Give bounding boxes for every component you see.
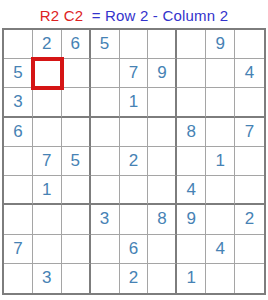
- sudoku-cell-r1c3[interactable]: 6: [62, 30, 91, 59]
- sudoku-cell-r8c5[interactable]: 6: [120, 235, 149, 264]
- sudoku-cell-r3c8[interactable]: [206, 88, 235, 117]
- sudoku-cell-r7c2[interactable]: [33, 205, 62, 234]
- given-digit: 9: [215, 34, 224, 54]
- sudoku-cell-r6c7[interactable]: 4: [177, 176, 206, 205]
- sudoku-cell-r3c5[interactable]: 1: [120, 88, 149, 117]
- sudoku-cell-r8c6[interactable]: [148, 235, 177, 264]
- highlighted-cell-marker: [31, 57, 64, 90]
- sudoku-cell-r6c9[interactable]: [235, 176, 264, 205]
- sudoku-cell-r6c2[interactable]: 1: [33, 176, 62, 205]
- given-digit: 1: [129, 92, 138, 112]
- sudoku-cell-r3c2[interactable]: [33, 88, 62, 117]
- given-digit: 8: [157, 209, 166, 229]
- sudoku-cell-r2c2[interactable]: [33, 59, 62, 88]
- sudoku-cell-r3c3[interactable]: [62, 88, 91, 117]
- sudoku-cell-r2c5[interactable]: 7: [120, 59, 149, 88]
- sudoku-cell-r5c2[interactable]: 7: [33, 147, 62, 176]
- sudoku-cell-r6c4[interactable]: [91, 176, 120, 205]
- sudoku-cell-r8c7[interactable]: [177, 235, 206, 264]
- given-digit: 7: [42, 151, 51, 171]
- sudoku-cell-r9c3[interactable]: [62, 264, 91, 293]
- given-digit: 4: [245, 63, 254, 83]
- sudoku-cell-r7c4[interactable]: 3: [91, 205, 120, 234]
- sudoku-board: 26595794316877521143892764321: [2, 28, 266, 295]
- sudoku-cell-r3c7[interactable]: [177, 88, 206, 117]
- sudoku-cell-r6c1[interactable]: [4, 176, 33, 205]
- given-digit: 3: [100, 209, 109, 229]
- sudoku-cell-r7c6[interactable]: 8: [148, 205, 177, 234]
- sudoku-cell-r1c9[interactable]: [235, 30, 264, 59]
- given-digit: 7: [13, 239, 22, 259]
- sudoku-cell-r7c1[interactable]: [4, 205, 33, 234]
- sudoku-cell-r4c9[interactable]: 7: [235, 118, 264, 147]
- given-digit: 5: [13, 63, 22, 83]
- sudoku-cell-r8c2[interactable]: [33, 235, 62, 264]
- sudoku-cell-r6c5[interactable]: [120, 176, 149, 205]
- given-digit: 1: [42, 180, 51, 200]
- sudoku-cell-r9c9[interactable]: [235, 264, 264, 293]
- sudoku-cell-r2c3[interactable]: [62, 59, 91, 88]
- sudoku-cell-r2c4[interactable]: [91, 59, 120, 88]
- sudoku-cell-r7c7[interactable]: 9: [177, 205, 206, 234]
- sudoku-cell-r9c6[interactable]: [148, 264, 177, 293]
- given-digit: 2: [129, 268, 138, 288]
- sudoku-cell-r5c3[interactable]: 5: [62, 147, 91, 176]
- sudoku-cell-r8c4[interactable]: [91, 235, 120, 264]
- sudoku-cell-r7c3[interactable]: [62, 205, 91, 234]
- sudoku-cell-r4c1[interactable]: 6: [4, 118, 33, 147]
- sudoku-cell-r8c9[interactable]: [235, 235, 264, 264]
- sudoku-cell-r6c6[interactable]: [148, 176, 177, 205]
- sudoku-cell-r9c8[interactable]: [206, 264, 235, 293]
- given-digit: 6: [13, 122, 22, 142]
- sudoku-cell-r1c7[interactable]: [177, 30, 206, 59]
- sudoku-cell-r2c8[interactable]: [206, 59, 235, 88]
- sudoku-cell-r9c2[interactable]: 3: [33, 264, 62, 293]
- sudoku-cell-r5c8[interactable]: 1: [206, 147, 235, 176]
- sudoku-cell-r9c4[interactable]: [91, 264, 120, 293]
- sudoku-cell-r1c2[interactable]: 2: [33, 30, 62, 59]
- given-digit: 3: [42, 268, 51, 288]
- sudoku-cell-r5c4[interactable]: [91, 147, 120, 176]
- sudoku-cell-r1c4[interactable]: 5: [91, 30, 120, 59]
- sudoku-cell-r5c9[interactable]: [235, 147, 264, 176]
- sudoku-cell-r3c9[interactable]: [235, 88, 264, 117]
- title-cell-ref: R2 C2: [40, 7, 84, 24]
- given-digit: 7: [245, 122, 254, 142]
- sudoku-cell-r3c4[interactable]: [91, 88, 120, 117]
- sudoku-cell-r8c8[interactable]: 4: [206, 235, 235, 264]
- sudoku-cell-r4c4[interactable]: [91, 118, 120, 147]
- given-digit: 2: [245, 209, 254, 229]
- sudoku-cell-r6c8[interactable]: [206, 176, 235, 205]
- sudoku-cell-r1c5[interactable]: [120, 30, 149, 59]
- sudoku-cell-r4c6[interactable]: [148, 118, 177, 147]
- given-digit: 9: [187, 209, 196, 229]
- given-digit: 1: [215, 151, 224, 171]
- given-digit: 7: [129, 63, 138, 83]
- sudoku-cell-r7c8[interactable]: [206, 205, 235, 234]
- sudoku-cell-r8c3[interactable]: [62, 235, 91, 264]
- sudoku-cell-r2c9[interactable]: 4: [235, 59, 264, 88]
- given-digit: 6: [129, 239, 138, 259]
- sudoku-cell-r1c8[interactable]: 9: [206, 30, 235, 59]
- given-digit: 4: [187, 180, 196, 200]
- sudoku-cell-r5c5[interactable]: 2: [120, 147, 149, 176]
- sudoku-cell-r7c5[interactable]: [120, 205, 149, 234]
- sudoku-cell-r4c8[interactable]: [206, 118, 235, 147]
- sudoku-cell-r5c6[interactable]: [148, 147, 177, 176]
- sudoku-cell-r4c7[interactable]: 8: [177, 118, 206, 147]
- given-digit: 5: [70, 151, 79, 171]
- sudoku-cell-r3c1[interactable]: 3: [4, 88, 33, 117]
- sudoku-cell-r4c5[interactable]: [120, 118, 149, 147]
- sudoku-cell-r2c6[interactable]: 9: [148, 59, 177, 88]
- sudoku-cell-r1c1[interactable]: [4, 30, 33, 59]
- sudoku-cell-r5c7[interactable]: [177, 147, 206, 176]
- given-digit: 9: [157, 63, 166, 83]
- title-description: = Row 2 - Column 2: [92, 7, 229, 24]
- sudoku-cell-r4c2[interactable]: [33, 118, 62, 147]
- given-digit: 4: [215, 239, 224, 259]
- given-digit: 8: [187, 122, 196, 142]
- sudoku-cell-r9c7[interactable]: 1: [177, 264, 206, 293]
- sudoku-cell-r1c6[interactable]: [148, 30, 177, 59]
- sudoku-cell-r5c1[interactable]: [4, 147, 33, 176]
- sudoku-cell-r9c1[interactable]: [4, 264, 33, 293]
- sudoku-cell-r2c7[interactable]: [177, 59, 206, 88]
- given-digit: 6: [70, 34, 79, 54]
- puzzle-title: R2 C2 = Row 2 - Column 2: [0, 0, 268, 28]
- sudoku-cell-r2c1[interactable]: 5: [4, 59, 33, 88]
- sudoku-cell-r3c6[interactable]: [148, 88, 177, 117]
- given-digit: 5: [100, 34, 109, 54]
- sudoku-page: R2 C2 = Row 2 - Column 2 265957943168775…: [0, 0, 268, 300]
- sudoku-cell-r8c1[interactable]: 7: [4, 235, 33, 264]
- given-digit: 3: [13, 92, 22, 112]
- given-digit: 2: [129, 151, 138, 171]
- given-digit: 2: [42, 34, 51, 54]
- sudoku-cell-r4c3[interactable]: [62, 118, 91, 147]
- given-digit: 1: [187, 268, 196, 288]
- sudoku-cell-r9c5[interactable]: 2: [120, 264, 149, 293]
- sudoku-cell-r6c3[interactable]: [62, 176, 91, 205]
- sudoku-cell-r7c9[interactable]: 2: [235, 205, 264, 234]
